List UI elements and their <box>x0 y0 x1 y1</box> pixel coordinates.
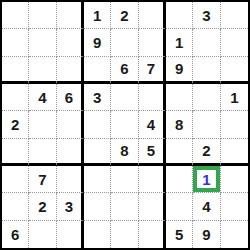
cell-r7c6[interactable] <box>139 166 166 193</box>
cell-r7c2[interactable]: 7 <box>29 166 56 193</box>
cell-r1c1[interactable] <box>2 2 29 29</box>
sudoku-board: 12391679463124885271234659 <box>0 0 250 250</box>
cell-r1c9[interactable] <box>221 2 248 29</box>
cell-r4c7[interactable] <box>166 84 193 111</box>
cell-r8c4[interactable] <box>84 193 111 220</box>
cell-r6c7[interactable] <box>166 139 193 166</box>
cell-r4c6[interactable] <box>139 84 166 111</box>
cell-r9c7[interactable]: 5 <box>166 221 193 248</box>
cell-r4c9[interactable]: 1 <box>221 84 248 111</box>
cell-r1c6[interactable] <box>139 2 166 29</box>
cell-r9c3[interactable] <box>57 221 84 248</box>
cell-r3c6[interactable]: 7 <box>139 57 166 84</box>
cell-r7c9[interactable] <box>221 166 248 193</box>
cell-r7c8[interactable]: 1 <box>193 166 220 193</box>
cell-r7c3[interactable] <box>57 166 84 193</box>
cell-r6c2[interactable] <box>29 139 56 166</box>
cell-r2c2[interactable] <box>29 29 56 56</box>
cell-r1c4[interactable]: 1 <box>84 2 111 29</box>
cell-r2c9[interactable] <box>221 29 248 56</box>
cell-r1c3[interactable] <box>57 2 84 29</box>
cell-r9c8[interactable]: 9 <box>193 221 220 248</box>
cell-r2c4[interactable]: 9 <box>84 29 111 56</box>
cell-r6c1[interactable] <box>2 139 29 166</box>
cell-r3c5[interactable]: 6 <box>111 57 138 84</box>
cell-r8c9[interactable] <box>221 193 248 220</box>
cell-r5c8[interactable] <box>193 111 220 138</box>
cell-r8c6[interactable] <box>139 193 166 220</box>
cell-r2c1[interactable] <box>2 29 29 56</box>
cell-r4c8[interactable] <box>193 84 220 111</box>
cell-r2c3[interactable] <box>57 29 84 56</box>
cell-r8c3[interactable]: 3 <box>57 193 84 220</box>
cell-r5c1[interactable]: 2 <box>2 111 29 138</box>
cell-r7c4[interactable] <box>84 166 111 193</box>
cell-r1c8[interactable]: 3 <box>193 2 220 29</box>
cell-r4c1[interactable] <box>2 84 29 111</box>
cell-r3c9[interactable] <box>221 57 248 84</box>
cell-r6c3[interactable] <box>57 139 84 166</box>
cell-r8c5[interactable] <box>111 193 138 220</box>
cell-r1c5[interactable]: 2 <box>111 2 138 29</box>
cell-r9c6[interactable] <box>139 221 166 248</box>
cell-r2c7[interactable]: 1 <box>166 29 193 56</box>
cell-r4c5[interactable] <box>111 84 138 111</box>
cell-r5c5[interactable] <box>111 111 138 138</box>
cell-r2c5[interactable] <box>111 29 138 56</box>
cell-r5c7[interactable]: 8 <box>166 111 193 138</box>
cell-r6c5[interactable]: 8 <box>111 139 138 166</box>
cell-r7c5[interactable] <box>111 166 138 193</box>
cell-r3c1[interactable] <box>2 57 29 84</box>
cell-r9c1[interactable]: 6 <box>2 221 29 248</box>
cell-r5c6[interactable]: 4 <box>139 111 166 138</box>
cell-r9c2[interactable] <box>29 221 56 248</box>
cell-r3c4[interactable] <box>84 57 111 84</box>
cell-r6c6[interactable]: 5 <box>139 139 166 166</box>
cell-r8c2[interactable]: 2 <box>29 193 56 220</box>
cell-r6c8[interactable]: 2 <box>193 139 220 166</box>
cell-r3c2[interactable] <box>29 57 56 84</box>
cell-r9c5[interactable] <box>111 221 138 248</box>
cell-r3c8[interactable] <box>193 57 220 84</box>
cell-r8c1[interactable] <box>2 193 29 220</box>
cell-r2c8[interactable] <box>193 29 220 56</box>
cell-r4c2[interactable]: 4 <box>29 84 56 111</box>
cell-r5c3[interactable] <box>57 111 84 138</box>
cell-r1c7[interactable] <box>166 2 193 29</box>
cell-r5c9[interactable] <box>221 111 248 138</box>
cell-r3c3[interactable] <box>57 57 84 84</box>
cell-r5c2[interactable] <box>29 111 56 138</box>
cell-r5c4[interactable] <box>84 111 111 138</box>
cell-r8c8[interactable]: 4 <box>193 193 220 220</box>
cell-r7c1[interactable] <box>2 166 29 193</box>
cell-r7c7[interactable] <box>166 166 193 193</box>
cell-r2c6[interactable] <box>139 29 166 56</box>
cell-r4c4[interactable]: 3 <box>84 84 111 111</box>
cell-r6c4[interactable] <box>84 139 111 166</box>
cell-r9c4[interactable] <box>84 221 111 248</box>
cell-r1c2[interactable] <box>29 2 56 29</box>
cell-r8c7[interactable] <box>166 193 193 220</box>
cell-r4c3[interactable]: 6 <box>57 84 84 111</box>
cell-r3c7[interactable]: 9 <box>166 57 193 84</box>
cell-r9c9[interactable] <box>221 221 248 248</box>
cell-r6c9[interactable] <box>221 139 248 166</box>
